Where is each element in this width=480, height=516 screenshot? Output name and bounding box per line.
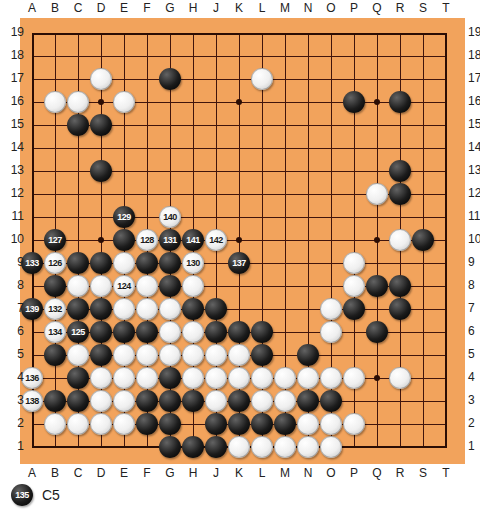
stone-black-J7 [205, 298, 227, 320]
stone-white-E16 [113, 91, 135, 113]
stone-white-J4 [205, 367, 227, 389]
stone-white-A4: 136 [21, 367, 43, 389]
coord-number-left-15: 15 [0, 117, 24, 131]
coord-letter-M: M [275, 466, 295, 480]
coord-number-right-9: 9 [468, 255, 480, 269]
stone-white-P8 [343, 275, 365, 297]
stone-black-K3 [228, 390, 250, 412]
stone-black-R16 [389, 91, 411, 113]
stone-white-D3 [90, 390, 112, 412]
coord-number-left-19: 19 [0, 25, 24, 39]
stone-white-O7 [320, 298, 342, 320]
coord-letter-D: D [91, 1, 111, 15]
stone-black-D15 [90, 114, 112, 136]
coord-number-right-19: 19 [468, 25, 480, 39]
stone-black-M2 [274, 413, 296, 435]
stone-black-G10: 131 [159, 229, 181, 251]
stone-black-B8 [44, 275, 66, 297]
coord-number-left-13: 13 [0, 163, 24, 177]
coord-number-right-18: 18 [468, 48, 480, 62]
stone-black-D6 [90, 321, 112, 343]
stone-black-B3 [44, 390, 66, 412]
stone-white-F8 [136, 275, 158, 297]
coord-number-right-13: 13 [468, 163, 480, 177]
stone-black-N3 [297, 390, 319, 412]
coord-letter-T: T [436, 466, 456, 480]
stone-white-N2 [297, 413, 319, 435]
stone-black-D7 [90, 298, 112, 320]
stone-white-K4 [228, 367, 250, 389]
stone-white-E8: 124 [113, 275, 135, 297]
coord-letter-G: G [160, 466, 180, 480]
stone-white-O2 [320, 413, 342, 435]
stone-white-E4 [113, 367, 135, 389]
stone-white-H6 [182, 321, 204, 343]
stone-black-H10: 141 [182, 229, 204, 251]
go-diagram-page: 1291401271281311411421331261301371241391… [0, 0, 480, 516]
coord-number-right-11: 11 [468, 209, 480, 223]
stone-white-K1 [228, 436, 250, 458]
stone-white-G6 [159, 321, 181, 343]
coord-number-left-1: 1 [0, 439, 24, 453]
coord-number-right-14: 14 [468, 140, 480, 154]
coord-letter-O: O [321, 466, 341, 480]
stone-black-O3 [320, 390, 342, 412]
stone-white-J10: 142 [205, 229, 227, 251]
coord-letter-D: D [91, 466, 111, 480]
stone-white-C5 [67, 344, 89, 366]
goban-grid[interactable]: 1291401271281311411421331261301371241391… [32, 33, 447, 448]
stone-black-P16 [343, 91, 365, 113]
coord-letter-K: K [229, 1, 249, 15]
coord-number-left-5: 5 [0, 347, 24, 361]
coord-letter-N: N [298, 466, 318, 480]
stone-white-J5 [205, 344, 227, 366]
coord-number-right-3: 3 [468, 393, 480, 407]
star-point-Q10 [374, 237, 380, 243]
coord-number-left-16: 16 [0, 94, 24, 108]
stone-white-F5 [136, 344, 158, 366]
coord-letter-N: N [298, 1, 318, 15]
coord-number-left-6: 6 [0, 324, 24, 338]
stone-white-P9 [343, 252, 365, 274]
stone-black-C6: 125 [67, 321, 89, 343]
coord-number-left-14: 14 [0, 140, 24, 154]
stone-white-B16 [44, 91, 66, 113]
stone-white-E7 [113, 298, 135, 320]
stone-white-L17 [251, 68, 273, 90]
star-point-Q4 [374, 375, 380, 381]
star-point-K16 [236, 99, 242, 105]
coord-letter-B: B [45, 1, 65, 15]
coord-number-right-8: 8 [468, 278, 480, 292]
stone-white-B2 [44, 413, 66, 435]
stone-black-E6 [113, 321, 135, 343]
star-point-D16 [98, 99, 104, 105]
stone-white-E2 [113, 413, 135, 435]
stone-white-Q12 [366, 183, 388, 205]
stone-black-B10: 127 [44, 229, 66, 251]
stone-black-H3 [182, 390, 204, 412]
coord-number-right-1: 1 [468, 439, 480, 453]
coord-letter-P: P [344, 1, 364, 15]
stone-black-E10 [113, 229, 135, 251]
coord-letter-R: R [390, 466, 410, 480]
coord-number-left-11: 11 [0, 209, 24, 223]
coord-letter-Q: Q [367, 1, 387, 15]
coord-letter-F: F [137, 466, 157, 480]
stone-black-F6 [136, 321, 158, 343]
coord-letter-B: B [45, 466, 65, 480]
coord-letter-C: C [68, 1, 88, 15]
coord-letter-T: T [436, 1, 456, 15]
stone-white-H5 [182, 344, 204, 366]
stone-white-H9: 130 [182, 252, 204, 274]
star-point-Q16 [374, 99, 380, 105]
coord-letter-K: K [229, 466, 249, 480]
coord-letter-E: E [114, 1, 134, 15]
stone-black-J6 [205, 321, 227, 343]
stone-black-C9 [67, 252, 89, 274]
stone-white-G5 [159, 344, 181, 366]
stone-black-N5 [297, 344, 319, 366]
stone-black-H7 [182, 298, 204, 320]
coord-number-right-10: 10 [468, 232, 480, 246]
stone-white-M4 [274, 367, 296, 389]
coord-number-left-7: 7 [0, 301, 24, 315]
stone-black-K9: 137 [228, 252, 250, 274]
coord-number-right-6: 6 [468, 324, 480, 338]
coord-number-left-12: 12 [0, 186, 24, 200]
stone-white-L4 [251, 367, 273, 389]
stone-white-E5 [113, 344, 135, 366]
stone-black-C7 [67, 298, 89, 320]
stone-white-B9: 126 [44, 252, 66, 274]
coord-number-right-17: 17 [468, 71, 480, 85]
stone-black-G4 [159, 367, 181, 389]
coord-letter-S: S [413, 466, 433, 480]
stone-black-A9: 133 [21, 252, 43, 274]
stone-black-D13 [90, 160, 112, 182]
coord-number-right-15: 15 [468, 117, 480, 131]
stone-white-O6 [320, 321, 342, 343]
stone-black-G3 [159, 390, 181, 412]
stone-white-C2 [67, 413, 89, 435]
coord-number-right-12: 12 [468, 186, 480, 200]
stone-white-E9 [113, 252, 135, 274]
stone-black-R12 [389, 183, 411, 205]
stone-black-A7: 139 [21, 298, 43, 320]
move-caption: 135 C5 [11, 483, 60, 507]
stone-black-F2 [136, 413, 158, 435]
stone-white-M3 [274, 390, 296, 412]
stone-black-F9 [136, 252, 158, 274]
stone-black-E11: 129 [113, 206, 135, 228]
stone-white-N1 [297, 436, 319, 458]
stone-black-S10 [412, 229, 434, 251]
stone-black-G8 [159, 275, 181, 297]
stone-white-G7 [159, 298, 181, 320]
stone-black-C15 [67, 114, 89, 136]
coord-letter-H: H [183, 1, 203, 15]
coord-number-left-8: 8 [0, 278, 24, 292]
stone-white-K5 [228, 344, 250, 366]
stone-white-L1 [251, 436, 273, 458]
coord-number-left-9: 9 [0, 255, 24, 269]
coord-letter-H: H [183, 466, 203, 480]
stone-black-B5 [44, 344, 66, 366]
coord-letter-G: G [160, 1, 180, 15]
stone-white-G11: 140 [159, 206, 181, 228]
coord-letter-L: L [252, 466, 272, 480]
coord-number-right-2: 2 [468, 416, 480, 430]
stone-white-O4 [320, 367, 342, 389]
stone-black-J2 [205, 413, 227, 435]
coord-number-left-17: 17 [0, 71, 24, 85]
stone-white-H8 [182, 275, 204, 297]
stone-white-N4 [297, 367, 319, 389]
stone-black-G9 [159, 252, 181, 274]
coord-letter-R: R [390, 1, 410, 15]
stone-white-F7 [136, 298, 158, 320]
stone-white-A3: 138 [21, 390, 43, 412]
stone-black-F3 [136, 390, 158, 412]
stone-white-D2 [90, 413, 112, 435]
coord-letter-F: F [137, 1, 157, 15]
stone-black-R13 [389, 160, 411, 182]
stone-black-H1 [182, 436, 204, 458]
stone-white-D8 [90, 275, 112, 297]
coord-letter-A: A [22, 1, 42, 15]
stone-black-G1 [159, 436, 181, 458]
stone-white-B7: 132 [44, 298, 66, 320]
stone-black-J1 [205, 436, 227, 458]
coord-number-left-18: 18 [0, 48, 24, 62]
stone-white-D17 [90, 68, 112, 90]
stone-black-P7 [343, 298, 365, 320]
stone-white-L3 [251, 390, 273, 412]
coord-letter-Q: Q [367, 466, 387, 480]
star-point-K10 [236, 237, 242, 243]
stone-white-M1 [274, 436, 296, 458]
coord-letter-M: M [275, 1, 295, 15]
stone-white-C16 [67, 91, 89, 113]
caption-location-label: C5 [42, 487, 60, 503]
stone-white-O1 [320, 436, 342, 458]
stone-black-D5 [90, 344, 112, 366]
coord-letter-C: C [68, 466, 88, 480]
star-point-D10 [98, 237, 104, 243]
stone-white-E3 [113, 390, 135, 412]
stone-white-D4 [90, 367, 112, 389]
stone-black-Q6 [366, 321, 388, 343]
coord-letter-P: P [344, 466, 364, 480]
coord-letter-E: E [114, 466, 134, 480]
stone-black-R7 [389, 298, 411, 320]
coord-number-right-5: 5 [468, 347, 480, 361]
coord-number-left-4: 4 [0, 370, 24, 384]
stone-white-B6: 134 [44, 321, 66, 343]
coord-number-right-7: 7 [468, 301, 480, 315]
coord-letter-J: J [206, 1, 226, 15]
coord-number-left-10: 10 [0, 232, 24, 246]
stone-white-C8 [67, 275, 89, 297]
stone-white-F10: 128 [136, 229, 158, 251]
stone-black-C4 [67, 367, 89, 389]
stone-white-P2 [343, 413, 365, 435]
coord-number-left-3: 3 [0, 393, 24, 407]
coord-number-right-16: 16 [468, 94, 480, 108]
stone-white-J3 [205, 390, 227, 412]
stone-black-K6 [228, 321, 250, 343]
stone-black-G2 [159, 413, 181, 435]
stone-black-D9 [90, 252, 112, 274]
coord-letter-L: L [252, 1, 272, 15]
stone-black-Q8 [366, 275, 388, 297]
stone-black-K2 [228, 413, 250, 435]
stone-white-H4 [182, 367, 204, 389]
coord-number-left-2: 2 [0, 416, 24, 430]
coord-number-right-4: 4 [468, 370, 480, 384]
stone-white-P4 [343, 367, 365, 389]
stone-black-C3 [67, 390, 89, 412]
stone-white-R4 [389, 367, 411, 389]
coord-letter-J: J [206, 466, 226, 480]
coord-letter-A: A [22, 466, 42, 480]
stone-black-L5 [251, 344, 273, 366]
stone-black-G17 [159, 68, 181, 90]
stone-white-F4 [136, 367, 158, 389]
coord-letter-S: S [413, 1, 433, 15]
stone-white-R10 [389, 229, 411, 251]
stone-black-L6 [251, 321, 273, 343]
stone-black-L2 [251, 413, 273, 435]
caption-stone-black-135: 135 [11, 484, 33, 506]
stone-black-R8 [389, 275, 411, 297]
coord-letter-O: O [321, 1, 341, 15]
